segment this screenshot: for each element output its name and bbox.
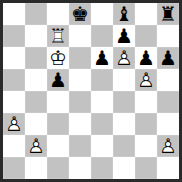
square-e1[interactable]	[91, 157, 113, 179]
square-f2[interactable]	[113, 135, 135, 157]
square-a7[interactable]	[3, 25, 25, 47]
square-d2[interactable]	[69, 135, 91, 157]
square-d4[interactable]	[69, 91, 91, 113]
piece-black-pawn: ♟	[47, 69, 69, 91]
square-e7[interactable]	[91, 25, 113, 47]
square-g3[interactable]	[135, 113, 157, 135]
square-h7[interactable]	[157, 25, 179, 47]
square-e2[interactable]	[91, 135, 113, 157]
square-c7[interactable]: ♜♖	[47, 25, 69, 47]
square-d6[interactable]	[69, 47, 91, 69]
piece-white-pawn: ♟♙	[157, 135, 179, 157]
square-d5[interactable]	[69, 69, 91, 91]
square-h8[interactable]: ♜	[157, 3, 179, 25]
square-b4[interactable]	[25, 91, 47, 113]
square-f7[interactable]: ♟	[113, 25, 135, 47]
square-g1[interactable]	[135, 157, 157, 179]
square-d3[interactable]	[69, 113, 91, 135]
square-e3[interactable]	[91, 113, 113, 135]
square-h1[interactable]	[157, 157, 179, 179]
chess-board-frame: ♚♝♜♜♖♟♚♔♟♟♙♟♟♟♟♙♟♙♟♙♟♙	[0, 0, 182, 182]
square-c1[interactable]	[47, 157, 69, 179]
square-c4[interactable]	[47, 91, 69, 113]
piece-white-pawn: ♟♙	[135, 69, 157, 91]
square-d8[interactable]: ♚	[69, 3, 91, 25]
piece-black-rook: ♜	[157, 3, 179, 25]
square-f8[interactable]: ♝	[113, 3, 135, 25]
square-e8[interactable]	[91, 3, 113, 25]
square-f6[interactable]: ♟♙	[113, 47, 135, 69]
piece-white-pawn: ♟♙	[113, 47, 135, 69]
square-b7[interactable]	[25, 25, 47, 47]
square-h4[interactable]	[157, 91, 179, 113]
piece-black-pawn: ♟	[157, 47, 179, 69]
square-a8[interactable]	[3, 3, 25, 25]
square-f5[interactable]	[113, 69, 135, 91]
square-d1[interactable]	[69, 157, 91, 179]
square-h6[interactable]: ♟	[157, 47, 179, 69]
piece-white-rook: ♜♖	[47, 25, 69, 47]
piece-white-pawn: ♟♙	[25, 135, 47, 157]
square-g7[interactable]	[135, 25, 157, 47]
square-a5[interactable]	[3, 69, 25, 91]
piece-white-pawn: ♟♙	[3, 113, 25, 135]
piece-black-pawn: ♟	[91, 47, 113, 69]
square-b3[interactable]	[25, 113, 47, 135]
square-g2[interactable]	[135, 135, 157, 157]
chess-board: ♚♝♜♜♖♟♚♔♟♟♙♟♟♟♟♙♟♙♟♙♟♙	[3, 3, 179, 179]
square-a3[interactable]: ♟♙	[3, 113, 25, 135]
piece-black-pawn: ♟	[113, 25, 135, 47]
piece-black-pawn: ♟	[135, 47, 157, 69]
square-g6[interactable]: ♟	[135, 47, 157, 69]
square-e6[interactable]: ♟	[91, 47, 113, 69]
square-b8[interactable]	[25, 3, 47, 25]
piece-white-king: ♚♔	[47, 47, 69, 69]
square-b6[interactable]	[25, 47, 47, 69]
piece-black-bishop: ♝	[113, 3, 135, 25]
square-e5[interactable]	[91, 69, 113, 91]
square-b5[interactable]	[25, 69, 47, 91]
square-b2[interactable]: ♟♙	[25, 135, 47, 157]
square-g4[interactable]	[135, 91, 157, 113]
square-c5[interactable]: ♟	[47, 69, 69, 91]
square-f3[interactable]	[113, 113, 135, 135]
square-f1[interactable]	[113, 157, 135, 179]
square-a4[interactable]	[3, 91, 25, 113]
square-h5[interactable]	[157, 69, 179, 91]
square-h3[interactable]	[157, 113, 179, 135]
square-f4[interactable]	[113, 91, 135, 113]
square-c8[interactable]	[47, 3, 69, 25]
square-d7[interactable]	[69, 25, 91, 47]
square-g5[interactable]: ♟♙	[135, 69, 157, 91]
piece-black-king: ♚	[69, 3, 91, 25]
square-b1[interactable]	[25, 157, 47, 179]
square-a1[interactable]	[3, 157, 25, 179]
square-e4[interactable]	[91, 91, 113, 113]
square-a2[interactable]	[3, 135, 25, 157]
square-a6[interactable]	[3, 47, 25, 69]
square-c6[interactable]: ♚♔	[47, 47, 69, 69]
square-c3[interactable]	[47, 113, 69, 135]
square-g8[interactable]	[135, 3, 157, 25]
square-h2[interactable]: ♟♙	[157, 135, 179, 157]
square-c2[interactable]	[47, 135, 69, 157]
